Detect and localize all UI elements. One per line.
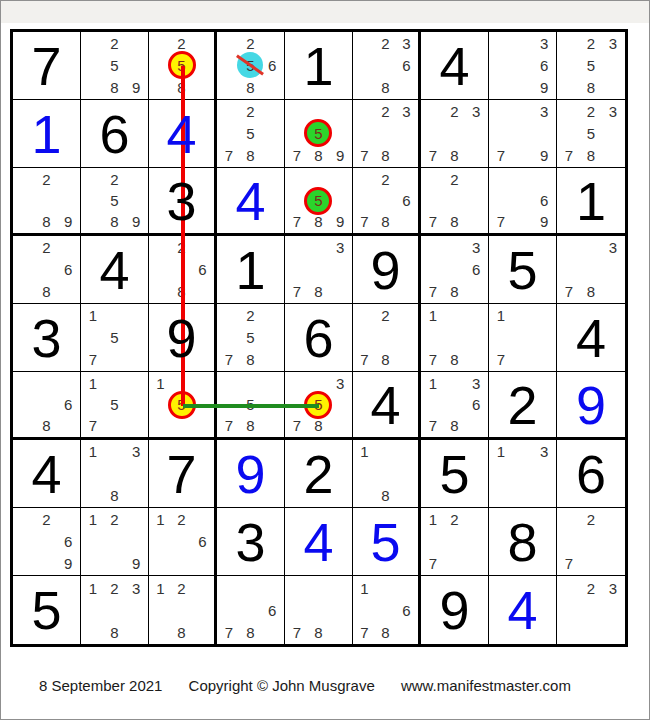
pencil-mark-slot bbox=[512, 484, 534, 506]
pencil-mark-slot bbox=[329, 621, 351, 643]
cell-r5c3: 9 bbox=[149, 304, 217, 372]
pencil-mark-slot bbox=[422, 190, 444, 211]
pencil-mark-slot: 5 bbox=[104, 327, 126, 349]
pencil-mark-slot: 7 bbox=[558, 280, 580, 302]
pencil-mark-slot bbox=[261, 348, 283, 370]
pencil-marks: 2358 bbox=[558, 33, 624, 98]
given-digit: 3 bbox=[235, 515, 265, 569]
pencil-mark-slot: 6 bbox=[533, 190, 555, 211]
pencil-mark-slot: 8 bbox=[36, 211, 58, 232]
pencil-mark-slot: 7 bbox=[422, 348, 444, 370]
pencil-mark-slot: 7 bbox=[218, 348, 240, 370]
pencil-mark-slot bbox=[602, 76, 624, 98]
cell-r3c6: 2678 bbox=[353, 168, 421, 236]
pencil-mark-slot: 2 bbox=[104, 169, 126, 190]
pencil-mark-slot bbox=[14, 211, 36, 232]
pencil-mark-slot bbox=[82, 394, 104, 415]
pencil-mark-slot: 6 bbox=[396, 190, 417, 211]
pencil-mark-slot bbox=[125, 327, 147, 349]
cell-r7c4: 9 bbox=[217, 440, 285, 508]
pencil-mark-slot: 7 bbox=[422, 144, 444, 166]
pencil-mark-slot: 2 bbox=[240, 33, 262, 55]
pencil-mark-slot: 5 bbox=[104, 394, 126, 415]
pencil-marks: 18 bbox=[354, 441, 417, 506]
pencil-marks: 578 bbox=[218, 373, 283, 436]
pencil-mark-slot: 3 bbox=[125, 441, 147, 463]
pencil-mark-slot: 2 bbox=[375, 305, 396, 327]
cell-r9c6: 1678 bbox=[353, 576, 421, 644]
pencil-mark-slot: 9 bbox=[329, 144, 351, 166]
pencil-mark-slot: 3 bbox=[533, 101, 555, 123]
pencil-marks: 268 bbox=[14, 237, 79, 302]
cell-r5c6: 278 bbox=[353, 304, 421, 372]
pencil-mark-slot: 3 bbox=[465, 373, 487, 394]
given-digit: 8 bbox=[507, 515, 537, 569]
pencil-marks: 278 bbox=[354, 305, 417, 370]
pencil-mark-slot bbox=[192, 280, 213, 302]
pencil-mark-slot bbox=[375, 599, 396, 621]
pencil-mark-slot bbox=[602, 552, 624, 574]
pencil-mark-slot: 5 bbox=[240, 394, 262, 415]
solved-digit: 4 bbox=[166, 107, 196, 161]
highlight-yellow-candidate: 5 bbox=[304, 391, 332, 419]
pencil-mark-slot: 3 bbox=[533, 33, 555, 55]
cell-r5c1: 3 bbox=[13, 304, 81, 372]
cell-r3c2: 2589 bbox=[81, 168, 149, 236]
pencil-marks: 278 bbox=[422, 169, 487, 232]
pencil-mark-slot bbox=[444, 305, 466, 327]
pencil-mark-slot bbox=[465, 531, 487, 553]
cell-r1c8: 369 bbox=[489, 32, 557, 100]
pencil-mark-slot: 5 bbox=[171, 394, 192, 415]
pencil-mark-slot: 3 bbox=[602, 101, 624, 123]
pencil-mark-slot: 8 bbox=[308, 621, 330, 643]
pencil-mark-slot bbox=[57, 415, 79, 436]
given-digit: 5 bbox=[439, 447, 469, 501]
pencil-mark-slot bbox=[261, 373, 283, 394]
pencil-mark-slot: 8 bbox=[580, 280, 602, 302]
pencil-mark-slot bbox=[375, 577, 396, 599]
pencil-mark-slot: 7 bbox=[558, 144, 580, 166]
given-digit: 6 bbox=[303, 311, 333, 365]
pencil-mark-slot: 6 bbox=[396, 599, 417, 621]
pencil-marks: 378 bbox=[558, 237, 624, 302]
pencil-mark-slot: 3 bbox=[602, 237, 624, 259]
pencil-mark-slot bbox=[602, 509, 624, 531]
pencil-mark-slot bbox=[329, 190, 351, 211]
given-digit: 3 bbox=[31, 311, 61, 365]
pencil-mark-slot bbox=[558, 259, 580, 281]
pencil-marks: 369 bbox=[490, 33, 555, 98]
cell-r7c7: 5 bbox=[421, 440, 489, 508]
pencil-mark-slot bbox=[125, 484, 147, 506]
cell-r3c4: 4 bbox=[217, 168, 285, 236]
cell-r8c7: 127 bbox=[421, 508, 489, 576]
pencil-mark-slot: 3 bbox=[533, 441, 555, 463]
pencil-marks: 5789 bbox=[286, 101, 351, 166]
pencil-mark-slot: 8 bbox=[36, 415, 58, 436]
pencil-mark-slot: 9 bbox=[57, 552, 79, 574]
pencil-mark-slot bbox=[82, 55, 104, 77]
pencil-mark-slot bbox=[82, 463, 104, 485]
pencil-mark-slot bbox=[512, 327, 534, 349]
pencil-mark-slot bbox=[218, 394, 240, 415]
pencil-mark-slot bbox=[104, 441, 126, 463]
pencil-mark-slot: 1 bbox=[82, 509, 104, 531]
pencil-mark-slot bbox=[329, 101, 351, 123]
given-digit: 1 bbox=[576, 174, 606, 228]
pencil-mark-slot: 8 bbox=[375, 484, 396, 506]
pencil-mark-slot: 2 bbox=[444, 101, 466, 123]
pencil-mark-slot bbox=[396, 327, 417, 349]
pencil-mark-slot bbox=[329, 415, 351, 436]
pencil-marks: 268 bbox=[150, 237, 213, 302]
solved-digit: 1 bbox=[31, 107, 61, 161]
given-digit: 4 bbox=[576, 311, 606, 365]
given-digit: 1 bbox=[235, 243, 265, 297]
pencil-mark-slot: 7 bbox=[286, 280, 308, 302]
pencil-mark-slot: 9 bbox=[329, 211, 351, 232]
pencil-mark-slot bbox=[602, 621, 624, 643]
pencil-mark-slot: 3 bbox=[125, 577, 147, 599]
pencil-marks: 2589 bbox=[82, 33, 147, 98]
pencil-mark-slot bbox=[36, 190, 58, 211]
pencil-mark-slot: 3 bbox=[329, 373, 351, 394]
pencil-mark-slot bbox=[192, 76, 213, 98]
pencil-mark-slot bbox=[171, 599, 192, 621]
pencil-mark-slot bbox=[354, 123, 375, 145]
cell-r4c6: 9 bbox=[353, 236, 421, 304]
pencil-marks: 178 bbox=[422, 305, 487, 370]
pencil-mark-slot bbox=[422, 123, 444, 145]
pencil-mark-slot: 5 bbox=[104, 55, 126, 77]
pencil-mark-slot: 1 bbox=[490, 441, 512, 463]
given-digit: 9 bbox=[370, 243, 400, 297]
pencil-mark-slot bbox=[218, 33, 240, 55]
pencil-mark-slot bbox=[422, 101, 444, 123]
cell-r2c7: 2378 bbox=[421, 100, 489, 168]
pencil-mark-slot bbox=[14, 190, 36, 211]
cell-r6c4: 578 bbox=[217, 372, 285, 440]
pencil-mark-slot bbox=[150, 280, 171, 302]
pencil-mark-slot bbox=[533, 123, 555, 145]
pencil-mark-slot bbox=[36, 259, 58, 281]
given-digit: 3 bbox=[166, 174, 196, 228]
pencil-mark-slot bbox=[218, 373, 240, 394]
cell-r6c5: 3578 bbox=[285, 372, 353, 440]
cell-r7c1: 4 bbox=[13, 440, 81, 508]
pencil-marks: 3578 bbox=[286, 373, 351, 436]
pencil-mark-slot bbox=[192, 599, 213, 621]
pencil-mark-slot bbox=[580, 531, 602, 553]
pencil-mark-slot: 9 bbox=[533, 76, 555, 98]
pencil-mark-slot bbox=[465, 305, 487, 327]
pencil-mark-slot bbox=[125, 394, 147, 415]
given-digit: 6 bbox=[576, 447, 606, 501]
pencil-mark-slot bbox=[329, 599, 351, 621]
pencil-mark-slot: 8 bbox=[171, 280, 192, 302]
pencil-mark-slot bbox=[558, 123, 580, 145]
pencil-mark-slot bbox=[14, 531, 36, 553]
cell-r6c1: 68 bbox=[13, 372, 81, 440]
pencil-mark-slot: 8 bbox=[444, 415, 466, 436]
cell-r6c3: 15 bbox=[149, 372, 217, 440]
pencil-mark-slot bbox=[512, 190, 534, 211]
cell-r1c1: 7 bbox=[13, 32, 81, 100]
pencil-marks: 379 bbox=[490, 101, 555, 166]
pencil-mark-slot bbox=[354, 76, 375, 98]
cell-r4c8: 5 bbox=[489, 236, 557, 304]
pencil-mark-slot bbox=[354, 305, 375, 327]
highlight-cyan-candidate: 5 bbox=[237, 52, 263, 78]
cell-r7c3: 7 bbox=[149, 440, 217, 508]
cell-r4c4: 1 bbox=[217, 236, 285, 304]
pencil-mark-slot: 8 bbox=[375, 76, 396, 98]
cell-r8c3: 126 bbox=[149, 508, 217, 576]
pencil-mark-slot bbox=[286, 101, 308, 123]
pencil-mark-slot: 2 bbox=[580, 509, 602, 531]
pencil-mark-slot bbox=[533, 169, 555, 190]
cell-r3c8: 679 bbox=[489, 168, 557, 236]
pencil-mark-slot: 7 bbox=[354, 144, 375, 166]
pencil-mark-slot bbox=[396, 144, 417, 166]
pencil-mark-slot bbox=[422, 394, 444, 415]
pencil-mark-slot: 8 bbox=[240, 348, 262, 370]
pencil-mark-slot bbox=[512, 441, 534, 463]
pencil-mark-slot: 5 bbox=[580, 55, 602, 77]
pencil-mark-slot: 7 bbox=[490, 348, 512, 370]
pencil-mark-slot bbox=[192, 415, 213, 436]
footer-website: www.manifestmaster.com bbox=[401, 677, 571, 694]
cell-r9c5: 78 bbox=[285, 576, 353, 644]
pencil-marks: 157 bbox=[82, 373, 147, 436]
cell-r8c1: 269 bbox=[13, 508, 81, 576]
pencil-mark-slot bbox=[125, 305, 147, 327]
pencil-mark-slot bbox=[14, 169, 36, 190]
pencil-mark-slot bbox=[422, 259, 444, 281]
pencil-mark-slot: 8 bbox=[580, 76, 602, 98]
pencil-mark-slot bbox=[465, 415, 487, 436]
pencil-mark-slot bbox=[192, 33, 213, 55]
pencil-mark-slot bbox=[286, 373, 308, 394]
pencil-mark-slot: 2 bbox=[580, 33, 602, 55]
pencil-mark-slot: 2 bbox=[375, 33, 396, 55]
pencil-mark-slot: 2 bbox=[104, 509, 126, 531]
cell-r7c6: 18 bbox=[353, 440, 421, 508]
pencil-mark-slot: 6 bbox=[465, 394, 487, 415]
pencil-mark-slot bbox=[218, 305, 240, 327]
pencil-mark-slot bbox=[125, 621, 147, 643]
pencil-mark-slot bbox=[57, 190, 79, 211]
pencil-mark-slot bbox=[125, 373, 147, 394]
pencil-mark-slot bbox=[125, 599, 147, 621]
pencil-mark-slot bbox=[125, 415, 147, 436]
pencil-mark-slot bbox=[218, 327, 240, 349]
pencil-mark-slot: 7 bbox=[286, 144, 308, 166]
pencil-mark-slot bbox=[422, 169, 444, 190]
pencil-mark-slot: 8 bbox=[104, 621, 126, 643]
pencil-mark-slot bbox=[375, 463, 396, 485]
pencil-mark-slot: 1 bbox=[422, 509, 444, 531]
pencil-mark-slot: 2 bbox=[36, 169, 58, 190]
pencil-mark-slot bbox=[57, 280, 79, 302]
pencil-mark-slot bbox=[444, 394, 466, 415]
pencil-marks: 5789 bbox=[286, 169, 351, 232]
pencil-mark-slot: 8 bbox=[104, 484, 126, 506]
pencil-mark-slot: 2 bbox=[444, 509, 466, 531]
pencil-mark-slot bbox=[396, 123, 417, 145]
pencil-mark-slot bbox=[261, 76, 283, 98]
pencil-mark-slot bbox=[308, 577, 330, 599]
pencil-mark-slot bbox=[82, 33, 104, 55]
pencil-mark-slot bbox=[490, 33, 512, 55]
pencil-mark-slot bbox=[354, 463, 375, 485]
pencil-mark-slot bbox=[57, 509, 79, 531]
pencil-mark-slot bbox=[192, 237, 213, 259]
pencil-mark-slot: 7 bbox=[218, 144, 240, 166]
pencil-mark-slot bbox=[580, 552, 602, 574]
cell-r4c3: 268 bbox=[149, 236, 217, 304]
pencil-mark-slot: 8 bbox=[240, 621, 262, 643]
pencil-mark-slot bbox=[150, 237, 171, 259]
pencil-mark-slot bbox=[171, 552, 192, 574]
pencil-mark-slot bbox=[512, 33, 534, 55]
pencil-mark-slot bbox=[444, 259, 466, 281]
pencil-mark-slot bbox=[286, 599, 308, 621]
pencil-mark-slot bbox=[396, 441, 417, 463]
cell-r4c9: 378 bbox=[557, 236, 625, 304]
pencil-mark-slot bbox=[558, 599, 580, 621]
pencil-marks: 2568 bbox=[218, 33, 283, 98]
pencil-mark-slot bbox=[465, 169, 487, 190]
pencil-mark-slot bbox=[329, 577, 351, 599]
pencil-mark-slot bbox=[444, 123, 466, 145]
pencil-mark-slot: 2 bbox=[375, 101, 396, 123]
cell-r7c2: 138 bbox=[81, 440, 149, 508]
pencil-mark-slot bbox=[490, 76, 512, 98]
pencil-marks: 678 bbox=[218, 577, 283, 643]
pencil-mark-slot: 2 bbox=[375, 169, 396, 190]
pencil-mark-slot bbox=[125, 55, 147, 77]
pencil-mark-slot: 1 bbox=[150, 373, 171, 394]
pencil-mark-slot bbox=[14, 280, 36, 302]
pencil-mark-slot: 6 bbox=[192, 531, 213, 553]
pencil-mark-slot: 3 bbox=[329, 237, 351, 259]
pencil-mark-slot: 8 bbox=[308, 144, 330, 166]
pencil-mark-slot bbox=[261, 33, 283, 55]
pencil-mark-slot bbox=[602, 123, 624, 145]
pencil-mark-slot bbox=[82, 621, 104, 643]
pencil-mark-slot bbox=[261, 621, 283, 643]
pencil-mark-slot bbox=[533, 484, 555, 506]
pencil-mark-slot: 8 bbox=[240, 144, 262, 166]
pencil-mark-slot bbox=[422, 327, 444, 349]
cell-r8c8: 8 bbox=[489, 508, 557, 576]
pencil-mark-slot: 1 bbox=[82, 373, 104, 394]
pencil-mark-slot bbox=[150, 259, 171, 281]
footer-date: 8 September 2021 bbox=[39, 677, 162, 694]
pencil-mark-slot: 1 bbox=[82, 441, 104, 463]
pencil-marks: 2378 bbox=[354, 101, 417, 166]
pencil-mark-slot: 6 bbox=[533, 55, 555, 77]
pencil-mark-slot: 9 bbox=[125, 211, 147, 232]
pencil-mark-slot bbox=[602, 259, 624, 281]
pencil-mark-slot bbox=[125, 531, 147, 553]
pencil-mark-slot: 7 bbox=[286, 621, 308, 643]
pencil-mark-slot bbox=[104, 531, 126, 553]
pencil-mark-slot: 8 bbox=[444, 280, 466, 302]
given-digit: 6 bbox=[99, 107, 129, 161]
cell-r5c9: 4 bbox=[557, 304, 625, 372]
highlight-yellow-candidate: 5 bbox=[168, 391, 196, 419]
pencil-mark-slot bbox=[286, 237, 308, 259]
cell-r9c1: 5 bbox=[13, 576, 81, 644]
pencil-mark-slot bbox=[150, 621, 171, 643]
pencil-mark-slot: 8 bbox=[308, 280, 330, 302]
pencil-mark-slot: 5 bbox=[171, 55, 192, 77]
cell-r6c8: 2 bbox=[489, 372, 557, 440]
pencil-mark-slot: 8 bbox=[580, 144, 602, 166]
pencil-mark-slot bbox=[602, 55, 624, 77]
cell-r3c9: 1 bbox=[557, 168, 625, 236]
pencil-mark-slot: 1 bbox=[82, 305, 104, 327]
pencil-mark-slot: 7 bbox=[354, 621, 375, 643]
pencil-mark-slot: 7 bbox=[422, 211, 444, 232]
pencil-mark-slot bbox=[329, 169, 351, 190]
pencil-mark-slot bbox=[261, 394, 283, 415]
pencil-mark-slot: 8 bbox=[444, 144, 466, 166]
pencil-mark-slot bbox=[150, 531, 171, 553]
footer-copyright: Copyright © John Musgrave bbox=[189, 677, 375, 694]
pencil-mark-slot: 9 bbox=[57, 211, 79, 232]
given-digit: 2 bbox=[507, 378, 537, 432]
pencil-marks: 258 bbox=[150, 33, 213, 98]
pencil-mark-slot: 6 bbox=[465, 259, 487, 281]
given-digit: 7 bbox=[166, 447, 196, 501]
pencil-mark-slot bbox=[558, 237, 580, 259]
pencil-marks: 679 bbox=[490, 169, 555, 232]
pencil-mark-slot bbox=[465, 327, 487, 349]
pencil-mark-slot bbox=[465, 123, 487, 145]
cell-r8c9: 27 bbox=[557, 508, 625, 576]
pencil-mark-slot bbox=[14, 394, 36, 415]
pencil-mark-slot bbox=[396, 577, 417, 599]
given-digit: 9 bbox=[166, 311, 196, 365]
pencil-mark-slot bbox=[512, 348, 534, 370]
pencil-mark-slot bbox=[329, 123, 351, 145]
pencil-mark-slot bbox=[82, 211, 104, 232]
pencil-mark-slot bbox=[82, 599, 104, 621]
pencil-mark-slot bbox=[14, 509, 36, 531]
given-digit: 2 bbox=[303, 447, 333, 501]
pencil-mark-slot bbox=[125, 463, 147, 485]
pencil-mark-slot bbox=[14, 415, 36, 436]
pencil-mark-slot bbox=[490, 327, 512, 349]
pencil-mark-slot bbox=[36, 394, 58, 415]
pencil-mark-slot: 5 bbox=[240, 123, 262, 145]
cell-r1c9: 2358 bbox=[557, 32, 625, 100]
pencil-mark-slot bbox=[354, 190, 375, 211]
pencil-mark-slot: 7 bbox=[422, 280, 444, 302]
cell-r2c5: 5789 bbox=[285, 100, 353, 168]
pencil-mark-slot bbox=[354, 327, 375, 349]
pencil-mark-slot bbox=[465, 348, 487, 370]
cell-r9c3: 128 bbox=[149, 576, 217, 644]
pencil-mark-slot bbox=[261, 327, 283, 349]
pencil-mark-slot bbox=[375, 55, 396, 77]
pencil-marks: 2368 bbox=[354, 33, 417, 98]
pencil-mark-slot bbox=[490, 55, 512, 77]
